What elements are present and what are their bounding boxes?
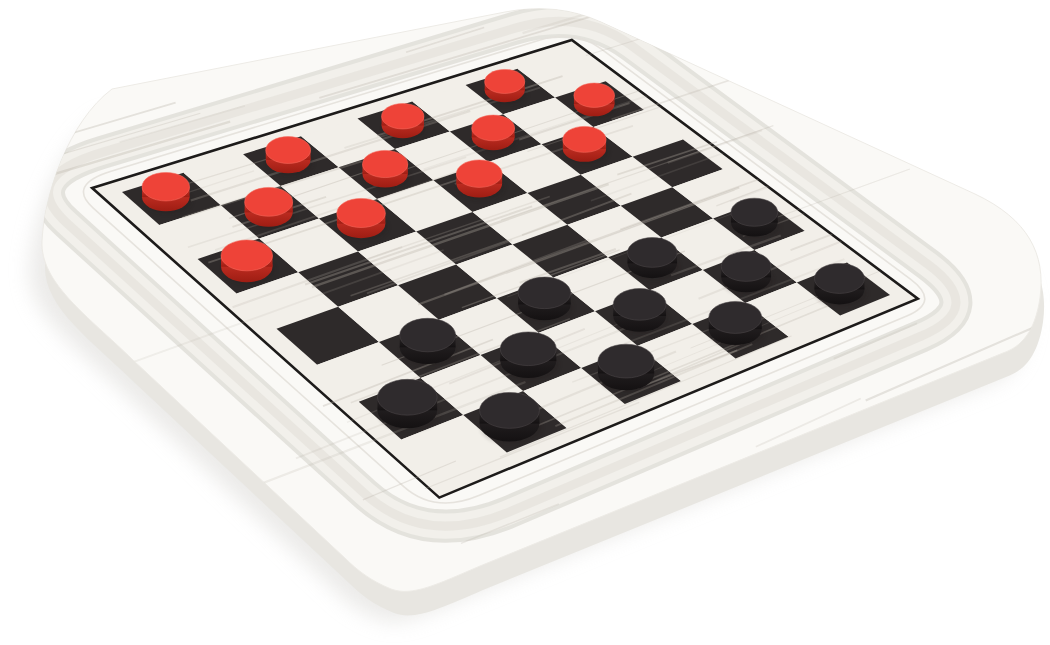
checker-piece-red[interactable] — [382, 104, 427, 141]
piece-top — [142, 172, 189, 200]
piece-top — [362, 150, 407, 177]
checker-piece-black[interactable] — [480, 392, 542, 443]
checker-piece-black[interactable] — [709, 302, 765, 348]
piece-top — [598, 344, 654, 378]
checker-piece-red[interactable] — [221, 240, 275, 285]
checker-piece-black[interactable] — [518, 277, 573, 322]
piece-top — [721, 251, 771, 281]
piece-top — [485, 69, 525, 93]
checker-piece-red[interactable] — [362, 150, 410, 190]
checker-piece-red[interactable] — [142, 172, 192, 213]
piece-top — [266, 137, 311, 164]
piece-top — [500, 332, 556, 366]
checker-piece-black[interactable] — [814, 263, 866, 306]
checker-piece-black[interactable] — [721, 251, 773, 294]
checker-piece-black[interactable] — [731, 198, 780, 239]
piece-top — [221, 240, 272, 271]
checker-piece-black[interactable] — [400, 318, 458, 366]
checker-piece-red[interactable] — [456, 160, 504, 200]
piece-top — [382, 104, 424, 129]
piece-top — [574, 83, 615, 107]
checkers-board-photo — [0, 0, 1050, 645]
piece-top — [814, 263, 864, 293]
piece-top — [563, 126, 606, 152]
piece-top — [400, 318, 456, 351]
piece-top — [456, 160, 502, 187]
piece-top — [337, 198, 385, 227]
piece-top — [731, 198, 778, 226]
piece-top — [613, 289, 666, 321]
checker-piece-black[interactable] — [598, 344, 657, 392]
checker-piece-red[interactable] — [563, 126, 609, 164]
checker-piece-red[interactable] — [245, 187, 295, 229]
checker-piece-red[interactable] — [266, 137, 313, 176]
piece-top — [628, 238, 678, 268]
piece-top — [377, 379, 437, 415]
piece-top — [472, 115, 515, 141]
checker-piece-red[interactable] — [574, 83, 617, 119]
checker-piece-black[interactable] — [613, 289, 668, 335]
piece-top — [709, 302, 762, 334]
checker-piece-red[interactable] — [485, 69, 527, 104]
checker-piece-black[interactable] — [377, 379, 439, 430]
piece-top — [245, 187, 293, 216]
board-scene — [0, 0, 1050, 645]
checker-piece-black[interactable] — [628, 238, 680, 281]
piece-top — [480, 392, 540, 428]
checker-piece-black[interactable] — [500, 332, 559, 380]
checker-piece-red[interactable] — [472, 115, 517, 153]
piece-top — [518, 277, 571, 309]
checker-piece-red[interactable] — [337, 198, 388, 240]
